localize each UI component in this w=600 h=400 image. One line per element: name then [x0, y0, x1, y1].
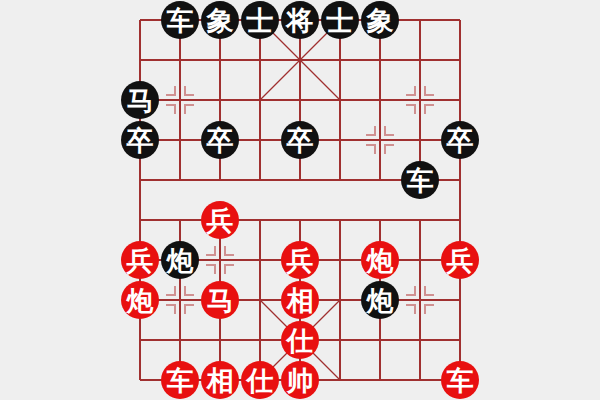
piece-red-soldier[interactable]: 兵: [441, 241, 479, 279]
piece-red-elephant[interactable]: 相: [201, 361, 239, 399]
piece-red-chariot[interactable]: 车: [161, 361, 199, 399]
xiangqi-board: 车象士将士象马卒卒卒卒车兵兵炮兵炮兵炮马相炮仕车相仕帅车: [0, 0, 600, 400]
piece-red-soldier[interactable]: 兵: [121, 241, 159, 279]
piece-red-soldier[interactable]: 兵: [281, 241, 319, 279]
piece-red-general[interactable]: 帅: [281, 361, 319, 399]
piece-black-soldier[interactable]: 卒: [441, 121, 479, 159]
piece-red-cannon[interactable]: 炮: [121, 281, 159, 319]
piece-black-chariot[interactable]: 车: [161, 1, 199, 39]
piece-black-advisor[interactable]: 士: [321, 1, 359, 39]
piece-black-elephant[interactable]: 象: [361, 1, 399, 39]
piece-black-horse[interactable]: 马: [121, 81, 159, 119]
piece-black-soldier[interactable]: 卒: [201, 121, 239, 159]
pieces-layer: 车象士将士象马卒卒卒卒车兵兵炮兵炮兵炮马相炮仕车相仕帅车: [120, 0, 480, 400]
piece-red-elephant[interactable]: 相: [281, 281, 319, 319]
piece-black-general[interactable]: 将: [281, 1, 319, 39]
piece-red-chariot[interactable]: 车: [441, 361, 479, 399]
piece-red-horse[interactable]: 马: [201, 281, 239, 319]
piece-black-soldier[interactable]: 卒: [121, 121, 159, 159]
piece-black-elephant[interactable]: 象: [201, 1, 239, 39]
piece-black-cannon[interactable]: 炮: [161, 241, 199, 279]
piece-red-advisor[interactable]: 仕: [281, 321, 319, 359]
piece-black-chariot[interactable]: 车: [401, 161, 439, 199]
piece-black-soldier[interactable]: 卒: [281, 121, 319, 159]
piece-red-soldier[interactable]: 兵: [201, 201, 239, 239]
piece-black-advisor[interactable]: 士: [241, 1, 279, 39]
piece-red-cannon[interactable]: 炮: [361, 241, 399, 279]
piece-red-advisor[interactable]: 仕: [241, 361, 279, 399]
piece-black-cannon[interactable]: 炮: [361, 281, 399, 319]
